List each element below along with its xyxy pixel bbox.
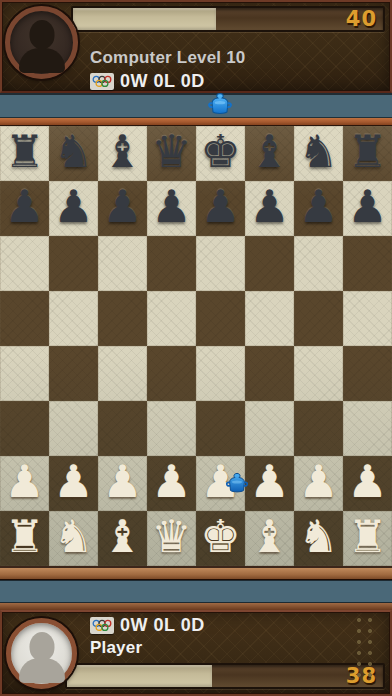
black-queen: ♛ [151,129,191,174]
square-d6[interactable] [147,236,196,291]
black-rook: ♜ [4,129,44,174]
opponent-avatar[interactable] [5,6,78,79]
opponent-record-row: 0W 0L 0D [90,71,246,92]
square-c1[interactable]: ♝ [98,511,147,566]
black-pawn: ♟ [298,184,338,229]
square-e4[interactable] [196,346,245,401]
person-silhouette-icon [29,20,54,49]
square-h8[interactable]: ♜ [343,126,392,181]
white-pawn: ♟ [200,459,240,504]
square-d2[interactable]: ♟ [147,456,196,511]
square-b6[interactable] [49,236,98,291]
player-record-row: 0W 0L 0D [90,615,205,636]
black-rook: ♜ [347,129,387,174]
olympic-rings-icon [90,617,114,634]
square-f6[interactable] [245,236,294,291]
square-h3[interactable] [343,401,392,456]
bottom-thin-rail [0,603,392,610]
square-g7[interactable]: ♟ [294,181,343,236]
square-h5[interactable] [343,291,392,346]
white-pawn: ♟ [102,459,142,504]
black-pawn: ♟ [249,184,289,229]
square-c5[interactable] [98,291,147,346]
player-record: 0W 0L 0D [120,615,205,636]
square-e5[interactable] [196,291,245,346]
square-e7[interactable]: ♟ [196,181,245,236]
square-g6[interactable] [294,236,343,291]
square-c2[interactable]: ♟ [98,456,147,511]
opponent-panel: 40 Computer Level 10 0W 0L 0D [0,0,392,93]
square-e6[interactable] [196,236,245,291]
person-silhouette-icon [19,658,65,683]
square-b4[interactable] [49,346,98,401]
square-h4[interactable] [343,346,392,401]
black-bishop: ♝ [249,129,289,174]
black-pawn: ♟ [53,184,93,229]
square-g8[interactable]: ♞ [294,126,343,181]
white-pawn: ♟ [53,459,93,504]
square-b3[interactable] [49,401,98,456]
square-c7[interactable]: ♟ [98,181,147,236]
square-f1[interactable]: ♝ [245,511,294,566]
person-silhouette-icon [19,48,65,73]
opponent-record: 0W 0L 0D [120,71,205,92]
black-pawn: ♟ [151,184,191,229]
white-bishop: ♝ [102,514,142,559]
white-pawn: ♟ [249,459,289,504]
square-c6[interactable] [98,236,147,291]
black-king: ♚ [200,129,240,174]
white-bishop: ♝ [249,514,289,559]
square-d8[interactable]: ♛ [147,126,196,181]
white-pawn: ♟ [347,459,387,504]
square-f4[interactable] [245,346,294,401]
black-pawn: ♟ [347,184,387,229]
top-teal-trim [0,93,392,118]
olympic-rings-icon [90,73,114,90]
square-g1[interactable]: ♞ [294,511,343,566]
square-h1[interactable]: ♜ [343,511,392,566]
opponent-info: Computer Level 10 0W 0L 0D [90,48,246,92]
grip-dots [355,616,376,679]
square-g2[interactable]: ♟ [294,456,343,511]
square-b8[interactable]: ♞ [49,126,98,181]
square-a5[interactable] [0,291,49,346]
square-e1[interactable]: ♚ [196,511,245,566]
square-h2[interactable]: ♟ [343,456,392,511]
opponent-score: 40 [346,7,377,31]
black-knight: ♞ [53,129,93,174]
black-bishop: ♝ [102,129,142,174]
chess-app-screen: 40 Computer Level 10 0W 0L 0D ♜ [0,0,392,696]
square-b5[interactable] [49,291,98,346]
square-f5[interactable] [245,291,294,346]
white-pawn: ♟ [151,459,191,504]
white-queen: ♛ [151,514,191,559]
player-panel: 0W 0L 0D Player 38 [0,610,392,696]
bottom-teal-trim [0,580,392,603]
square-a6[interactable] [0,236,49,291]
square-e8[interactable]: ♚ [196,126,245,181]
square-d7[interactable]: ♟ [147,181,196,236]
square-e2[interactable]: ♟ [196,456,245,511]
square-g5[interactable] [294,291,343,346]
black-pawn: ♟ [4,184,44,229]
player-progress-bar: 38 [65,663,385,689]
square-a4[interactable] [0,346,49,401]
white-knight: ♞ [298,514,338,559]
square-c3[interactable] [98,401,147,456]
player-info: 0W 0L 0D Player [90,615,205,658]
square-b2[interactable]: ♟ [49,456,98,511]
square-f2[interactable]: ♟ [245,456,294,511]
square-c4[interactable] [98,346,147,401]
player-name: Player [90,638,205,658]
player-progress-fill [67,665,212,687]
opponent-progress-fill [73,8,216,30]
board-bottom-rail [0,566,392,580]
white-knight: ♞ [53,514,93,559]
square-g3[interactable] [294,401,343,456]
white-rook: ♜ [4,514,44,559]
square-b1[interactable]: ♞ [49,511,98,566]
white-rook: ♜ [347,514,387,559]
square-f3[interactable] [245,401,294,456]
square-d1[interactable]: ♛ [147,511,196,566]
square-h6[interactable] [343,236,392,291]
black-pawn: ♟ [200,184,240,229]
white-king: ♚ [200,514,240,559]
black-knight: ♞ [298,129,338,174]
white-pawn: ♟ [298,459,338,504]
square-g4[interactable] [294,346,343,401]
square-f7[interactable]: ♟ [245,181,294,236]
square-a8[interactable]: ♜ [0,126,49,181]
square-a1[interactable]: ♜ [0,511,49,566]
square-a2[interactable]: ♟ [0,456,49,511]
square-a7[interactable]: ♟ [0,181,49,236]
white-pawn: ♟ [4,459,44,504]
square-a3[interactable] [0,401,49,456]
chess-board[interactable]: ♜♞♝♛♚♝♞♜♟♟♟♟♟♟♟♟♟♟♟♟♟♟♟♟♜♞♝♛♚♝♞♜ [0,126,392,566]
square-d4[interactable] [147,346,196,401]
player-avatar[interactable] [6,618,77,689]
opponent-name: Computer Level 10 [90,48,246,68]
square-f8[interactable]: ♝ [245,126,294,181]
square-d3[interactable] [147,401,196,456]
square-e3[interactable] [196,401,245,456]
square-c8[interactable]: ♝ [98,126,147,181]
square-h7[interactable]: ♟ [343,181,392,236]
board-area: ♜♞♝♛♚♝♞♜♟♟♟♟♟♟♟♟♟♟♟♟♟♟♟♟♜♞♝♛♚♝♞♜ [0,126,392,566]
person-silhouette-icon [29,632,54,661]
square-b7[interactable]: ♟ [49,181,98,236]
black-pawn: ♟ [102,184,142,229]
square-d5[interactable] [147,291,196,346]
opponent-progress-bar: 40 [71,6,385,32]
